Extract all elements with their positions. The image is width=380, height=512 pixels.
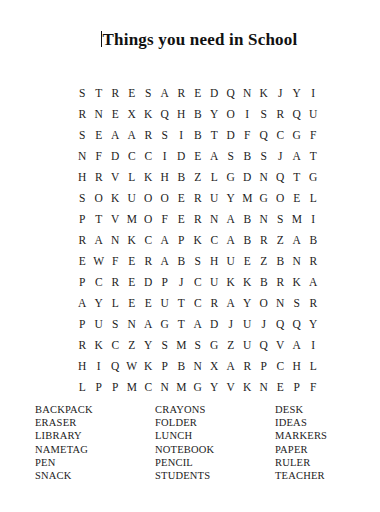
grid-cell-r15c13[interactable]: E xyxy=(272,377,289,398)
grid-cell-r3c5[interactable]: R xyxy=(140,125,157,146)
grid-cell-r12c8[interactable]: A xyxy=(190,314,207,335)
grid-cell-r15c11[interactable]: K xyxy=(239,377,256,398)
grid-cell-r14c3[interactable]: Q xyxy=(107,356,124,377)
grid-cell-r1c8[interactable]: E xyxy=(190,83,207,104)
grid-cell-r10c11[interactable]: K xyxy=(239,272,256,293)
grid-cell-r4c4[interactable]: C xyxy=(124,146,141,167)
grid-cell-r13c11[interactable]: U xyxy=(239,335,256,356)
grid-cell-r6c4[interactable]: U xyxy=(124,188,141,209)
grid-cell-r13c1[interactable]: R xyxy=(74,335,91,356)
grid-cell-r8c6[interactable]: A xyxy=(157,230,174,251)
grid-cell-r5c1[interactable]: H xyxy=(74,167,91,188)
grid-cell-r3c8[interactable]: B xyxy=(190,125,207,146)
grid-cell-r12c2[interactable]: U xyxy=(91,314,108,335)
title-row: Things you need in School xyxy=(0,30,380,50)
grid-cell-r1c4[interactable]: E xyxy=(124,83,141,104)
grid-cell-r8c3[interactable]: N xyxy=(107,230,124,251)
grid-cell-r8c9[interactable]: C xyxy=(206,230,223,251)
grid-cell-r6c7[interactable]: E xyxy=(173,188,190,209)
grid-cell-r14c15[interactable]: L xyxy=(305,356,322,377)
grid-cell-r10c2[interactable]: C xyxy=(91,272,108,293)
grid-cell-r14c1[interactable]: H xyxy=(74,356,91,377)
grid-cell-r12c1[interactable]: P xyxy=(74,314,91,335)
grid-cell-r5c14[interactable]: T xyxy=(289,167,306,188)
grid-cell-r12c11[interactable]: U xyxy=(239,314,256,335)
grid-cell-r2c12[interactable]: S xyxy=(256,104,273,125)
grid-cell-r10c14[interactable]: K xyxy=(289,272,306,293)
grid-cell-r1c10[interactable]: Q xyxy=(223,83,240,104)
grid-cell-r9c2[interactable]: W xyxy=(91,251,108,272)
grid-cell-r14c6[interactable]: P xyxy=(157,356,174,377)
grid-cell-r11c10[interactable]: A xyxy=(223,293,240,314)
grid-cell-r13c2[interactable]: K xyxy=(91,335,108,356)
word-list-item: NOTEBOOK xyxy=(155,443,273,456)
grid-cell-r11c8[interactable]: C xyxy=(190,293,207,314)
grid-cell-r7c13[interactable]: S xyxy=(272,209,289,230)
word-list-item: PEN xyxy=(35,456,153,469)
word-list-item: PENCIL xyxy=(155,456,273,469)
grid-cell-r14c8[interactable]: N xyxy=(190,356,207,377)
grid-cell-r8c4[interactable]: K xyxy=(124,230,141,251)
grid-cell-r12c4[interactable]: N xyxy=(124,314,141,335)
grid-cell-r4c7[interactable]: D xyxy=(173,146,190,167)
grid-cell-r7c12[interactable]: N xyxy=(256,209,273,230)
page-title: Things you need in School xyxy=(101,30,298,50)
grid-cell-r10c10[interactable]: K xyxy=(223,272,240,293)
grid-cell-r11c11[interactable]: Y xyxy=(239,293,256,314)
grid-cell-r8c13[interactable]: Z xyxy=(272,230,289,251)
grid-cell-r3c2[interactable]: E xyxy=(91,125,108,146)
grid-cell-r10c3[interactable]: R xyxy=(107,272,124,293)
grid-cell-r9c10[interactable]: U xyxy=(223,251,240,272)
text-cursor xyxy=(101,31,102,47)
word-list-item: SNACK xyxy=(35,469,153,482)
grid-cell-r9c14[interactable]: N xyxy=(289,251,306,272)
grid-cell-r13c12[interactable]: Q xyxy=(256,335,273,356)
word-list-item: DESK xyxy=(275,403,380,416)
word-list-column-3: DESKIDEASMARKERSPAPERRULERTEACHER xyxy=(275,403,380,482)
grid-cell-r6c12[interactable]: G xyxy=(256,188,273,209)
grid-cell-r4c13[interactable]: J xyxy=(272,146,289,167)
grid-cell-r13c9[interactable]: G xyxy=(206,335,223,356)
grid-cell-r9c5[interactable]: R xyxy=(140,251,157,272)
grid-cell-r8c1[interactable]: R xyxy=(74,230,91,251)
grid-cell-r7c6[interactable]: F xyxy=(157,209,174,230)
grid-cell-r11c12[interactable]: O xyxy=(256,293,273,314)
grid-cell-r1c11[interactable]: N xyxy=(239,83,256,104)
grid-cell-r5c6[interactable]: H xyxy=(157,167,174,188)
grid-cell-r6c8[interactable]: R xyxy=(190,188,207,209)
grid-cell-r1c1[interactable]: S xyxy=(74,83,91,104)
grid-cell-r9c9[interactable]: H xyxy=(206,251,223,272)
grid-cell-r13c6[interactable]: S xyxy=(157,335,174,356)
grid-cell-r5c11[interactable]: D xyxy=(239,167,256,188)
word-list: BACKPACKERASERLIBRARYNAMETAGPENSNACK CRA… xyxy=(0,403,380,493)
grid-cell-r12c7[interactable]: T xyxy=(173,314,190,335)
grid-cell-r14c4[interactable]: W xyxy=(124,356,141,377)
grid-cell-r2c2[interactable]: N xyxy=(91,104,108,125)
grid-cell-r4c8[interactable]: E xyxy=(190,146,207,167)
grid-cell-r3c1[interactable]: S xyxy=(74,125,91,146)
grid-cell-r15c8[interactable]: G xyxy=(190,377,207,398)
grid-cell-r5c7[interactable]: B xyxy=(173,167,190,188)
grid-cell-r13c13[interactable]: V xyxy=(272,335,289,356)
grid-cell-r8c10[interactable]: A xyxy=(223,230,240,251)
word-list-item: LIBRARY xyxy=(35,429,153,442)
grid-cell-r1c12[interactable]: K xyxy=(256,83,273,104)
grid-cell-r8c15[interactable]: B xyxy=(305,230,322,251)
grid-cell-r12c9[interactable]: D xyxy=(206,314,223,335)
grid-cell-r3c9[interactable]: T xyxy=(206,125,223,146)
grid-cell-r11c3[interactable]: L xyxy=(107,293,124,314)
grid-cell-r9c1[interactable]: E xyxy=(74,251,91,272)
grid-cell-r14c11[interactable]: R xyxy=(239,356,256,377)
grid-cell-r3c14[interactable]: G xyxy=(289,125,306,146)
grid-cell-r11c1[interactable]: A xyxy=(74,293,91,314)
grid-cell-r3c6[interactable]: S xyxy=(157,125,174,146)
grid-cell-r1c3[interactable]: R xyxy=(107,83,124,104)
grid-cell-r12c6[interactable]: G xyxy=(157,314,174,335)
grid-cell-r1c15[interactable]: I xyxy=(305,83,322,104)
grid-cell-r10c1[interactable]: P xyxy=(74,272,91,293)
grid-cell-r14c7[interactable]: B xyxy=(173,356,190,377)
word-list-item: MARKERS xyxy=(275,429,380,442)
grid-cell-r5c13[interactable]: Q xyxy=(272,167,289,188)
grid-cell-r13c10[interactable]: Z xyxy=(223,335,240,356)
grid-cell-r11c14[interactable]: S xyxy=(289,293,306,314)
grid-cell-r7c11[interactable]: B xyxy=(239,209,256,230)
grid-cell-r9c13[interactable]: B xyxy=(272,251,289,272)
worksheet-page: Things you need in School STRESAREDQNKJY… xyxy=(0,0,380,512)
grid-cell-r12c14[interactable]: Q xyxy=(289,314,306,335)
grid-cell-r15c4[interactable]: M xyxy=(124,377,141,398)
grid-cell-r15c12[interactable]: N xyxy=(256,377,273,398)
grid-cell-r9c12[interactable]: Z xyxy=(256,251,273,272)
word-list-item: LUNCH xyxy=(155,429,273,442)
grid-cell-r12c3[interactable]: S xyxy=(107,314,124,335)
grid-cell-r1c5[interactable]: S xyxy=(140,83,157,104)
grid-cell-r15c9[interactable]: Y xyxy=(206,377,223,398)
grid-cell-r2c4[interactable]: X xyxy=(124,104,141,125)
grid-cell-r2c6[interactable]: Q xyxy=(157,104,174,125)
grid-cell-r1c6[interactable]: A xyxy=(157,83,174,104)
grid-cell-r12c15[interactable]: Y xyxy=(305,314,322,335)
grid-cell-r10c7[interactable]: J xyxy=(173,272,190,293)
grid-cell-r13c7[interactable]: M xyxy=(173,335,190,356)
grid-cell-r7c2[interactable]: T xyxy=(91,209,108,230)
grid-cell-r13c4[interactable]: Z xyxy=(124,335,141,356)
grid-cell-r5c8[interactable]: Z xyxy=(190,167,207,188)
grid-cell-r10c6[interactable]: P xyxy=(157,272,174,293)
grid-cell-r6c6[interactable]: O xyxy=(157,188,174,209)
word-list-item: PAPER xyxy=(275,443,380,456)
grid-cell-r2c9[interactable]: Y xyxy=(206,104,223,125)
word-list-item: ERASER xyxy=(35,416,153,429)
word-list-column-1: BACKPACKERASERLIBRARYNAMETAGPENSNACK xyxy=(35,403,153,482)
grid-cell-r9c11[interactable]: E xyxy=(239,251,256,272)
grid-cell-r15c10[interactable]: V xyxy=(223,377,240,398)
grid-cell-r3c7[interactable]: I xyxy=(173,125,190,146)
grid-cell-r9c6[interactable]: A xyxy=(157,251,174,272)
word-list-item: STUDENTS xyxy=(155,469,273,482)
grid-cell-r7c14[interactable]: M xyxy=(289,209,306,230)
grid-cell-r5c12[interactable]: N xyxy=(256,167,273,188)
grid-cell-r13c14[interactable]: A xyxy=(289,335,306,356)
grid-cell-r9c7[interactable]: B xyxy=(173,251,190,272)
grid-cell-r7c8[interactable]: R xyxy=(190,209,207,230)
grid-cell-r6c11[interactable]: M xyxy=(239,188,256,209)
grid-cell-r10c8[interactable]: C xyxy=(190,272,207,293)
grid-cell-r7c3[interactable]: V xyxy=(107,209,124,230)
grid-cell-r14c14[interactable]: H xyxy=(289,356,306,377)
grid-cell-r5c3[interactable]: V xyxy=(107,167,124,188)
grid-cell-r13c8[interactable]: S xyxy=(190,335,207,356)
word-list-item: TEACHER xyxy=(275,469,380,482)
grid-cell-r1c13[interactable]: J xyxy=(272,83,289,104)
grid-cell-r11c13[interactable]: N xyxy=(272,293,289,314)
grid-cell-r10c13[interactable]: R xyxy=(272,272,289,293)
grid-cell-r5c15[interactable]: G xyxy=(305,167,322,188)
word-list-item: FOLDER xyxy=(155,416,273,429)
grid-cell-r3c12[interactable]: Q xyxy=(256,125,273,146)
grid-cell-r7c9[interactable]: N xyxy=(206,209,223,230)
grid-cell-r6c14[interactable]: E xyxy=(289,188,306,209)
grid-cell-r4c11[interactable]: B xyxy=(239,146,256,167)
grid-cell-r2c15[interactable]: U xyxy=(305,104,322,125)
grid-cell-r4c1[interactable]: N xyxy=(74,146,91,167)
word-list-item: CRAYONS xyxy=(155,403,273,416)
grid-cell-r4c12[interactable]: S xyxy=(256,146,273,167)
grid-cell-r15c3[interactable]: P xyxy=(107,377,124,398)
grid-cell-r14c9[interactable]: X xyxy=(206,356,223,377)
grid-cell-r15c2[interactable]: P xyxy=(91,377,108,398)
grid-cell-r10c4[interactable]: E xyxy=(124,272,141,293)
grid-cell-r4c6[interactable]: I xyxy=(157,146,174,167)
grid-cell-r7c10[interactable]: A xyxy=(223,209,240,230)
grid-cell-r8c2[interactable]: A xyxy=(91,230,108,251)
grid-cell-r2c8[interactable]: B xyxy=(190,104,207,125)
grid-cell-r8c12[interactable]: R xyxy=(256,230,273,251)
grid-cell-r6c1[interactable]: S xyxy=(74,188,91,209)
grid-cell-r15c15[interactable]: F xyxy=(305,377,322,398)
grid-cell-r8c8[interactable]: K xyxy=(190,230,207,251)
grid-cell-r6c9[interactable]: U xyxy=(206,188,223,209)
grid-cell-r2c13[interactable]: R xyxy=(272,104,289,125)
grid-cell-r6c15[interactable]: L xyxy=(305,188,322,209)
grid-cell-r2c5[interactable]: K xyxy=(140,104,157,125)
grid-cell-r11c9[interactable]: R xyxy=(206,293,223,314)
grid-cell-r10c5[interactable]: D xyxy=(140,272,157,293)
word-list-item: BACKPACK xyxy=(35,403,153,416)
grid-cell-r12c12[interactable]: J xyxy=(256,314,273,335)
grid-cell-r3c11[interactable]: F xyxy=(239,125,256,146)
grid-cell-r7c1[interactable]: P xyxy=(74,209,91,230)
grid-cell-r5c10[interactable]: G xyxy=(223,167,240,188)
grid-cell-r4c10[interactable]: S xyxy=(223,146,240,167)
word-list-item: NAMETAG xyxy=(35,443,153,456)
grid-cell-r6c3[interactable]: K xyxy=(107,188,124,209)
grid-cell-r1c2[interactable]: T xyxy=(91,83,108,104)
grid-cell-r3c10[interactable]: D xyxy=(223,125,240,146)
word-search-grid[interactable]: STRESAREDQNKJYIRNEXKQHBYOISRQUSEAARSIBTD… xyxy=(74,83,322,398)
grid-cell-r5c5[interactable]: K xyxy=(140,167,157,188)
grid-cell-r8c5[interactable]: C xyxy=(140,230,157,251)
grid-cell-r13c5[interactable]: Y xyxy=(140,335,157,356)
grid-cell-r10c15[interactable]: A xyxy=(305,272,322,293)
grid-cell-r12c13[interactable]: Q xyxy=(272,314,289,335)
grid-cell-r12c5[interactable]: A xyxy=(140,314,157,335)
grid-cell-r10c12[interactable]: B xyxy=(256,272,273,293)
grid-cell-r3c4[interactable]: A xyxy=(124,125,141,146)
grid-cell-r11c4[interactable]: E xyxy=(124,293,141,314)
grid-cell-r13c3[interactable]: C xyxy=(107,335,124,356)
grid-cell-r14c13[interactable]: C xyxy=(272,356,289,377)
grid-cell-r6c10[interactable]: Y xyxy=(223,188,240,209)
grid-cell-r7c4[interactable]: M xyxy=(124,209,141,230)
grid-cell-r5c2[interactable]: R xyxy=(91,167,108,188)
grid-cell-r1c7[interactable]: R xyxy=(173,83,190,104)
grid-cell-r6c2[interactable]: O xyxy=(91,188,108,209)
grid-cell-r2c14[interactable]: Q xyxy=(289,104,306,125)
grid-cell-r6c5[interactable]: O xyxy=(140,188,157,209)
grid-cell-r14c5[interactable]: K xyxy=(140,356,157,377)
grid-cell-r14c2[interactable]: I xyxy=(91,356,108,377)
grid-cell-r11c7[interactable]: T xyxy=(173,293,190,314)
grid-cell-r1c14[interactable]: Y xyxy=(289,83,306,104)
grid-cell-r3c13[interactable]: C xyxy=(272,125,289,146)
grid-cell-r15c5[interactable]: C xyxy=(140,377,157,398)
grid-cell-r8c7[interactable]: P xyxy=(173,230,190,251)
grid-cell-r9c4[interactable]: E xyxy=(124,251,141,272)
grid-cell-r2c3[interactable]: E xyxy=(107,104,124,125)
grid-cell-r8c11[interactable]: B xyxy=(239,230,256,251)
grid-cell-r4c14[interactable]: A xyxy=(289,146,306,167)
grid-cell-r15c7[interactable]: M xyxy=(173,377,190,398)
grid-cell-r14c12[interactable]: P xyxy=(256,356,273,377)
grid-cell-r13c15[interactable]: I xyxy=(305,335,322,356)
grid-cell-r7c7[interactable]: E xyxy=(173,209,190,230)
grid-cell-r15c1[interactable]: L xyxy=(74,377,91,398)
grid-cell-r2c10[interactable]: O xyxy=(223,104,240,125)
grid-cell-r9c3[interactable]: F xyxy=(107,251,124,272)
grid-cell-r2c7[interactable]: H xyxy=(173,104,190,125)
grid-cell-r11c5[interactable]: E xyxy=(140,293,157,314)
grid-cell-r3c3[interactable]: A xyxy=(107,125,124,146)
grid-cell-r4c9[interactable]: A xyxy=(206,146,223,167)
grid-cell-r4c15[interactable]: T xyxy=(305,146,322,167)
grid-cell-r9c8[interactable]: S xyxy=(190,251,207,272)
grid-cell-r5c9[interactable]: L xyxy=(206,167,223,188)
grid-cell-r4c5[interactable]: C xyxy=(140,146,157,167)
grid-cell-r11c15[interactable]: R xyxy=(305,293,322,314)
word-list-item: RULER xyxy=(275,456,380,469)
grid-cell-r6c13[interactable]: O xyxy=(272,188,289,209)
grid-cell-r3c15[interactable]: F xyxy=(305,125,322,146)
grid-cell-r2c1[interactable]: R xyxy=(74,104,91,125)
word-list-column-2: CRAYONSFOLDERLUNCHNOTEBOOKPENCILSTUDENTS xyxy=(155,403,273,482)
grid-cell-r1c9[interactable]: D xyxy=(206,83,223,104)
grid-cell-r14c10[interactable]: A xyxy=(223,356,240,377)
page-title-text: Things you need in School xyxy=(103,30,298,49)
grid-cell-r9c15[interactable]: R xyxy=(305,251,322,272)
grid-cell-r11c2[interactable]: Y xyxy=(91,293,108,314)
grid-cell-r7c5[interactable]: O xyxy=(140,209,157,230)
grid-cell-r8c14[interactable]: A xyxy=(289,230,306,251)
word-list-item: IDEAS xyxy=(275,416,380,429)
grid-cell-r2c11[interactable]: I xyxy=(239,104,256,125)
grid-cell-r5c4[interactable]: L xyxy=(124,167,141,188)
grid-cell-r4c2[interactable]: F xyxy=(91,146,108,167)
grid-cell-r11c6[interactable]: U xyxy=(157,293,174,314)
grid-cell-r7c15[interactable]: I xyxy=(305,209,322,230)
grid-cell-r12c10[interactable]: J xyxy=(223,314,240,335)
grid-cell-r15c14[interactable]: P xyxy=(289,377,306,398)
grid-cell-r10c9[interactable]: U xyxy=(206,272,223,293)
grid-cell-r15c6[interactable]: N xyxy=(157,377,174,398)
grid-cell-r4c3[interactable]: D xyxy=(107,146,124,167)
